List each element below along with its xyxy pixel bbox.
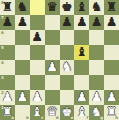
square-c8[interactable] — [30, 0, 45, 15]
square-d6[interactable] — [45, 30, 60, 45]
square-c6[interactable]: ♟ — [30, 30, 45, 45]
square-g8[interactable]: ♞ — [89, 0, 104, 15]
square-d3[interactable] — [45, 75, 60, 90]
black-pawn[interactable]: ♟ — [17, 16, 28, 29]
square-g2[interactable]: ♟ — [89, 90, 104, 105]
square-h7[interactable]: ♟ — [104, 15, 119, 30]
square-e3[interactable] — [60, 75, 75, 90]
square-g1[interactable]: g♞ — [89, 105, 104, 120]
coord-rank-6: 6 — [1, 31, 4, 35]
white-bishop[interactable]: ♝ — [32, 106, 43, 119]
white-bishop[interactable]: ♝ — [76, 106, 87, 119]
square-h5[interactable] — [104, 45, 119, 60]
white-pawn[interactable]: ♟ — [106, 91, 117, 104]
square-d5[interactable] — [45, 45, 60, 60]
square-b1[interactable]: b — [15, 105, 30, 120]
black-pawn[interactable]: ♟ — [32, 31, 43, 44]
square-h2[interactable]: ♟ — [104, 90, 119, 105]
black-knight[interactable]: ♞ — [91, 1, 102, 14]
white-king[interactable]: ♚ — [61, 106, 72, 119]
square-g3[interactable] — [89, 75, 104, 90]
black-pawn[interactable]: ♟ — [61, 16, 72, 29]
black-knight[interactable]: ♞ — [17, 1, 28, 14]
square-b8[interactable]: ♞ — [15, 0, 30, 15]
square-e2[interactable] — [60, 90, 75, 105]
square-f8[interactable]: ♝ — [74, 0, 89, 15]
square-f1[interactable]: f♝ — [74, 105, 89, 120]
square-g5[interactable] — [89, 45, 104, 60]
square-a5[interactable]: 5 — [0, 45, 15, 60]
square-h6[interactable] — [104, 30, 119, 45]
square-h4[interactable] — [104, 60, 119, 75]
chess-board: 8♜♞♛♚♝♞♜7♟♟♟♟♟♟6♟5♝4♟♞32♟♟♟♟♟♟1a♜bc♝d♛e♚… — [0, 0, 119, 120]
square-d1[interactable]: d♛ — [45, 105, 60, 120]
square-h8[interactable]: ♜ — [104, 0, 119, 15]
square-e1[interactable]: e♚ — [60, 105, 75, 120]
white-pawn[interactable]: ♟ — [76, 91, 87, 104]
square-h3[interactable] — [104, 75, 119, 90]
square-e8[interactable]: ♚ — [60, 0, 75, 15]
black-rook[interactable]: ♜ — [106, 1, 117, 14]
square-f5[interactable]: ♝ — [74, 45, 89, 60]
black-pawn[interactable]: ♟ — [106, 16, 117, 29]
square-a1[interactable]: 1a♜ — [0, 105, 15, 120]
square-b7[interactable]: ♟ — [15, 15, 30, 30]
white-queen[interactable]: ♛ — [46, 106, 57, 119]
square-c5[interactable] — [30, 45, 45, 60]
square-f2[interactable]: ♟ — [74, 90, 89, 105]
square-b5[interactable] — [15, 45, 30, 60]
square-f6[interactable] — [74, 30, 89, 45]
coord-file-b: b — [26, 116, 29, 120]
black-queen[interactable]: ♛ — [46, 1, 57, 14]
square-b6[interactable] — [15, 30, 30, 45]
square-d2[interactable] — [45, 90, 60, 105]
square-d8[interactable]: ♛ — [45, 0, 60, 15]
square-g7[interactable]: ♟ — [89, 15, 104, 30]
white-pawn[interactable]: ♟ — [2, 91, 13, 104]
square-c7[interactable] — [30, 15, 45, 30]
white-pawn[interactable]: ♟ — [46, 61, 57, 74]
square-g6[interactable] — [89, 30, 104, 45]
square-f4[interactable] — [74, 60, 89, 75]
square-c3[interactable] — [30, 75, 45, 90]
square-a6[interactable]: 6 — [0, 30, 15, 45]
square-e7[interactable]: ♟ — [60, 15, 75, 30]
white-rook[interactable]: ♜ — [2, 106, 13, 119]
black-bishop[interactable]: ♝ — [76, 1, 87, 14]
square-b4[interactable] — [15, 60, 30, 75]
square-e4[interactable]: ♞ — [60, 60, 75, 75]
black-king[interactable]: ♚ — [61, 1, 72, 14]
square-d4[interactable]: ♟ — [45, 60, 60, 75]
white-pawn[interactable]: ♟ — [91, 91, 102, 104]
square-b3[interactable] — [15, 75, 30, 90]
black-bishop[interactable]: ♝ — [76, 46, 87, 59]
black-pawn[interactable]: ♟ — [91, 16, 102, 29]
square-h1[interactable]: h♜ — [104, 105, 119, 120]
square-d7[interactable] — [45, 15, 60, 30]
square-c2[interactable]: ♟ — [30, 90, 45, 105]
white-pawn[interactable]: ♟ — [32, 91, 43, 104]
white-knight[interactable]: ♞ — [91, 106, 102, 119]
black-pawn[interactable]: ♟ — [2, 16, 13, 29]
square-f7[interactable]: ♟ — [74, 15, 89, 30]
square-c1[interactable]: c♝ — [30, 105, 45, 120]
coord-rank-3: 3 — [1, 76, 4, 80]
square-f3[interactable] — [74, 75, 89, 90]
square-a7[interactable]: 7♟ — [0, 15, 15, 30]
square-a2[interactable]: 2♟ — [0, 90, 15, 105]
white-pawn[interactable]: ♟ — [17, 91, 28, 104]
black-rook[interactable]: ♜ — [2, 1, 13, 14]
square-a4[interactable]: 4 — [0, 60, 15, 75]
square-g4[interactable] — [89, 60, 104, 75]
coord-rank-5: 5 — [1, 46, 4, 50]
white-knight[interactable]: ♞ — [61, 61, 72, 74]
black-pawn[interactable]: ♟ — [76, 16, 87, 29]
square-a3[interactable]: 3 — [0, 75, 15, 90]
square-e5[interactable] — [60, 45, 75, 60]
square-c4[interactable] — [30, 60, 45, 75]
square-a8[interactable]: 8♜ — [0, 0, 15, 15]
square-e6[interactable] — [60, 30, 75, 45]
coord-rank-4: 4 — [1, 61, 4, 65]
white-rook[interactable]: ♜ — [106, 106, 117, 119]
square-b2[interactable]: ♟ — [15, 90, 30, 105]
